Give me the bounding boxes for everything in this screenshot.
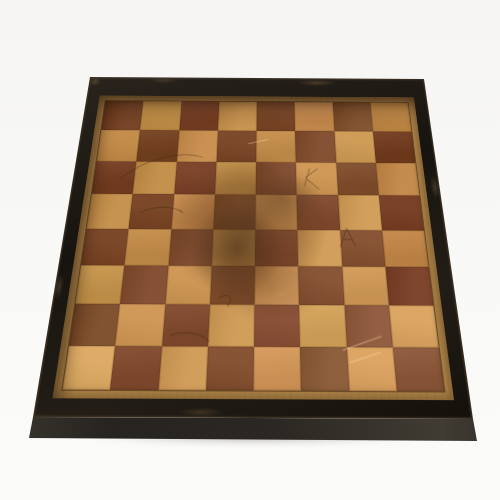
square-r4c5[interactable] <box>255 195 297 230</box>
square-r7c7[interactable] <box>344 305 393 347</box>
square-r4c3[interactable] <box>171 194 215 229</box>
square-r4c8[interactable] <box>379 195 424 230</box>
square-r1c4[interactable] <box>218 102 257 132</box>
board-photo <box>0 0 500 500</box>
square-r6c6[interactable] <box>298 266 344 305</box>
square-r4c2[interactable] <box>129 194 174 229</box>
square-r6c3[interactable] <box>165 266 212 305</box>
square-r8c8[interactable] <box>393 347 445 391</box>
square-r5c1[interactable] <box>81 228 129 265</box>
square-r7c1[interactable] <box>69 304 120 346</box>
chessboard-grid <box>62 101 444 392</box>
square-r6c8[interactable] <box>385 267 433 306</box>
square-r1c6[interactable] <box>295 102 334 132</box>
square-r8c5[interactable] <box>254 346 302 390</box>
square-r1c5[interactable] <box>257 102 296 132</box>
square-r8c1[interactable] <box>62 345 115 389</box>
chessboard <box>33 77 473 419</box>
square-r3c2[interactable] <box>133 161 177 194</box>
square-r1c3[interactable] <box>179 101 219 131</box>
square-r2c8[interactable] <box>373 132 416 163</box>
square-r5c7[interactable] <box>340 230 385 267</box>
square-r6c4[interactable] <box>210 266 255 305</box>
square-r7c3[interactable] <box>162 304 210 346</box>
square-r5c4[interactable] <box>212 229 256 266</box>
square-r8c4[interactable] <box>206 346 254 390</box>
square-r8c2[interactable] <box>110 346 161 390</box>
square-r6c1[interactable] <box>75 265 124 304</box>
square-r3c3[interactable] <box>174 162 217 195</box>
square-r3c6[interactable] <box>296 162 338 195</box>
square-r5c3[interactable] <box>168 229 213 266</box>
square-r6c7[interactable] <box>342 266 389 305</box>
square-r7c6[interactable] <box>299 305 346 347</box>
square-r2c4[interactable] <box>216 131 256 162</box>
square-r8c3[interactable] <box>158 346 208 390</box>
square-r4c1[interactable] <box>87 194 133 229</box>
square-r3c1[interactable] <box>92 161 137 194</box>
square-r5c2[interactable] <box>125 229 171 266</box>
square-r5c8[interactable] <box>382 230 429 267</box>
square-r1c2[interactable] <box>140 101 181 131</box>
square-r3c5[interactable] <box>256 162 297 195</box>
square-r2c1[interactable] <box>97 130 140 161</box>
square-r2c7[interactable] <box>334 132 376 163</box>
square-r1c7[interactable] <box>332 102 372 132</box>
square-r7c2[interactable] <box>115 304 165 346</box>
square-r5c5[interactable] <box>255 229 298 266</box>
square-r7c8[interactable] <box>389 306 439 348</box>
square-r2c2[interactable] <box>137 130 179 161</box>
square-r2c5[interactable] <box>256 131 296 162</box>
square-r3c8[interactable] <box>376 163 420 196</box>
square-r3c4[interactable] <box>215 162 256 195</box>
square-r2c6[interactable] <box>295 131 336 162</box>
square-r4c7[interactable] <box>338 195 382 230</box>
square-r8c7[interactable] <box>346 347 396 391</box>
square-r6c5[interactable] <box>255 266 300 305</box>
square-r3c7[interactable] <box>336 162 379 195</box>
square-r5c6[interactable] <box>298 230 342 267</box>
square-r8c6[interactable] <box>300 347 349 391</box>
square-r4c6[interactable] <box>297 195 340 230</box>
square-r7c4[interactable] <box>208 305 255 347</box>
square-r6c2[interactable] <box>120 265 168 304</box>
square-r7c5[interactable] <box>254 305 300 347</box>
square-r1c8[interactable] <box>370 102 411 132</box>
square-r2c3[interactable] <box>176 131 217 162</box>
square-r1c1[interactable] <box>101 101 143 131</box>
square-r4c4[interactable] <box>213 194 256 229</box>
